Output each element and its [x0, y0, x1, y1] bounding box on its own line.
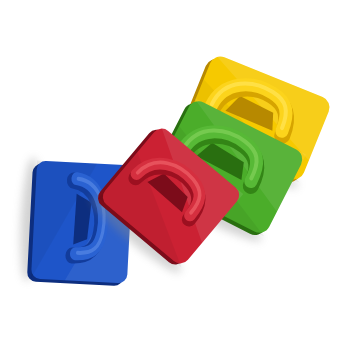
product-photo: [0, 0, 350, 350]
floats-scene: [0, 0, 350, 350]
